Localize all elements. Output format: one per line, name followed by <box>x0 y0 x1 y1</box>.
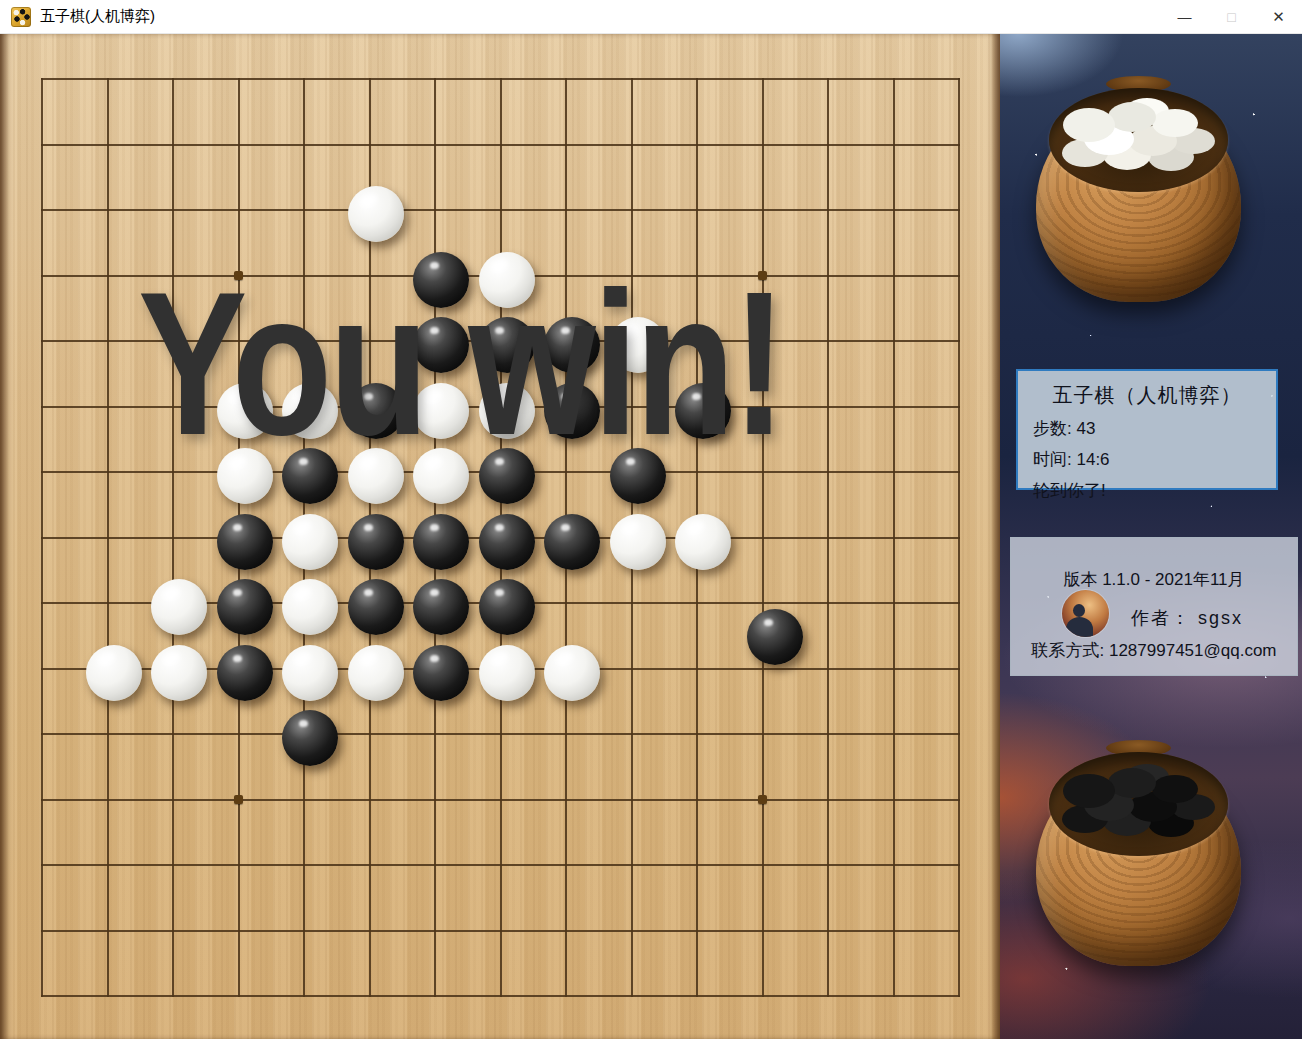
stone-black <box>217 645 273 701</box>
time-label: 时间: <box>1033 450 1072 469</box>
grid-line-vertical <box>893 78 895 997</box>
turn-status: 轮到你了! <box>1033 479 1276 502</box>
moves-value: 43 <box>1076 419 1095 438</box>
app-window: 五子棋(人机博弈) — □ ✕ You win! 五子棋（人机博弈） 步数: 4… <box>0 0 1302 1039</box>
stone-white <box>282 514 338 570</box>
stone-white <box>348 645 404 701</box>
win-message: You win! <box>138 260 783 465</box>
grid-line-vertical <box>958 78 960 997</box>
stone-white <box>151 579 207 635</box>
sidebar: 五子棋（人机博弈） 步数: 43 时间: 14:6 轮到你了! 版本 1.1.0… <box>1000 34 1302 1039</box>
star-point <box>758 795 767 804</box>
grid-line-horizontal <box>41 733 960 735</box>
grid-line-horizontal <box>41 864 960 866</box>
window-title: 五子棋(人机博弈) <box>40 7 155 26</box>
game-info-panel: 五子棋（人机博弈） 步数: 43 时间: 14:6 轮到你了! <box>1016 369 1278 490</box>
gomoku-board[interactable]: You win! <box>0 34 1000 1039</box>
stone-black <box>544 514 600 570</box>
stone-black <box>413 579 469 635</box>
titlebar: 五子棋(人机博弈) — □ ✕ <box>0 0 1302 34</box>
stone-black <box>413 645 469 701</box>
grid-line-horizontal <box>41 799 960 801</box>
stone-black <box>282 710 338 766</box>
version-text: 版本 1.1.0 - 2021年11月 <box>1011 568 1297 591</box>
stone-white <box>282 645 338 701</box>
time-value: 14:6 <box>1076 450 1109 469</box>
stone-white <box>675 514 731 570</box>
moves-label: 步数: <box>1033 419 1072 438</box>
stone-black <box>747 609 803 665</box>
author-value: sgsx <box>1198 608 1243 628</box>
grid-line-horizontal <box>41 995 960 997</box>
stone-black <box>217 514 273 570</box>
stone-white <box>151 645 207 701</box>
stone-white <box>544 645 600 701</box>
window-controls: — □ ✕ <box>1161 0 1302 34</box>
stone-black <box>479 579 535 635</box>
time-row: 时间: 14:6 <box>1033 448 1276 471</box>
moves-row: 步数: 43 <box>1033 417 1276 440</box>
stone-black <box>479 514 535 570</box>
stone-black <box>348 514 404 570</box>
stone-black <box>413 514 469 570</box>
app-icon <box>11 7 31 27</box>
stone-white <box>282 579 338 635</box>
contact-value: 1287997451@qq.com <box>1109 641 1277 660</box>
maximize-button[interactable]: □ <box>1208 0 1255 34</box>
author-row: 作者： sgsx <box>1131 606 1243 630</box>
minimize-button[interactable]: — <box>1161 0 1208 34</box>
contact-label: 联系方式: <box>1031 641 1104 660</box>
white-stones-heap <box>1063 108 1115 142</box>
author-avatar <box>1062 590 1109 637</box>
info-panel-title: 五子棋（人机博弈） <box>1018 382 1276 409</box>
black-stones-heap <box>1063 774 1115 808</box>
author-label: 作者： <box>1131 608 1191 628</box>
stone-black <box>348 579 404 635</box>
about-panel: 版本 1.1.0 - 2021年11月 作者： sgsx 联系方式: 12879… <box>1010 537 1298 676</box>
stone-white <box>86 645 142 701</box>
bowl-opening <box>1049 752 1228 856</box>
grid-line-vertical <box>762 78 764 997</box>
stone-white <box>348 186 404 242</box>
contact-row: 联系方式: 1287997451@qq.com <box>1011 639 1297 662</box>
grid-line-horizontal <box>41 930 960 932</box>
grid-line-vertical <box>827 78 829 997</box>
stone-white <box>479 645 535 701</box>
bowl-opening <box>1049 88 1228 192</box>
star-point <box>234 795 243 804</box>
close-button[interactable]: ✕ <box>1255 0 1302 34</box>
stone-black <box>217 579 273 635</box>
stone-white <box>610 514 666 570</box>
